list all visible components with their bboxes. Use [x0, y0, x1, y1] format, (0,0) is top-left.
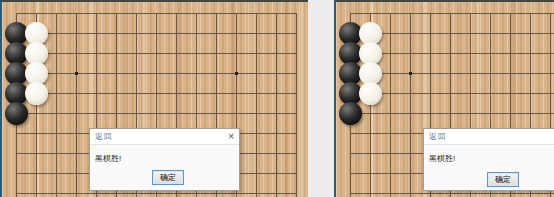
dialog-titlebar[interactable]: 返回 ×	[424, 129, 554, 145]
star-point	[75, 72, 78, 75]
close-icon[interactable]: ×	[228, 132, 234, 142]
dialog-titlebar[interactable]: 返回 ×	[90, 129, 239, 145]
black-stone	[5, 102, 28, 125]
ok-button[interactable]: 确定	[152, 170, 184, 185]
screen: 返回 × 黑棋胜! 确定 返回 × 黑棋胜! 确定	[0, 0, 554, 197]
white-stone	[359, 82, 382, 105]
black-stone	[339, 102, 362, 125]
ok-button[interactable]: 确定	[487, 172, 519, 187]
result-dialog-right: 返回 × 黑棋胜! 确定	[423, 128, 554, 191]
dialog-message: 黑棋胜!	[95, 154, 121, 163]
star-point	[235, 72, 238, 75]
dialog-title: 返回	[95, 131, 112, 142]
dialog-title: 返回	[429, 131, 446, 142]
dialog-message: 黑棋胜!	[429, 154, 455, 163]
white-stone	[25, 82, 48, 105]
result-dialog-left: 返回 × 黑棋胜! 确定	[89, 128, 240, 191]
star-point	[409, 72, 412, 75]
